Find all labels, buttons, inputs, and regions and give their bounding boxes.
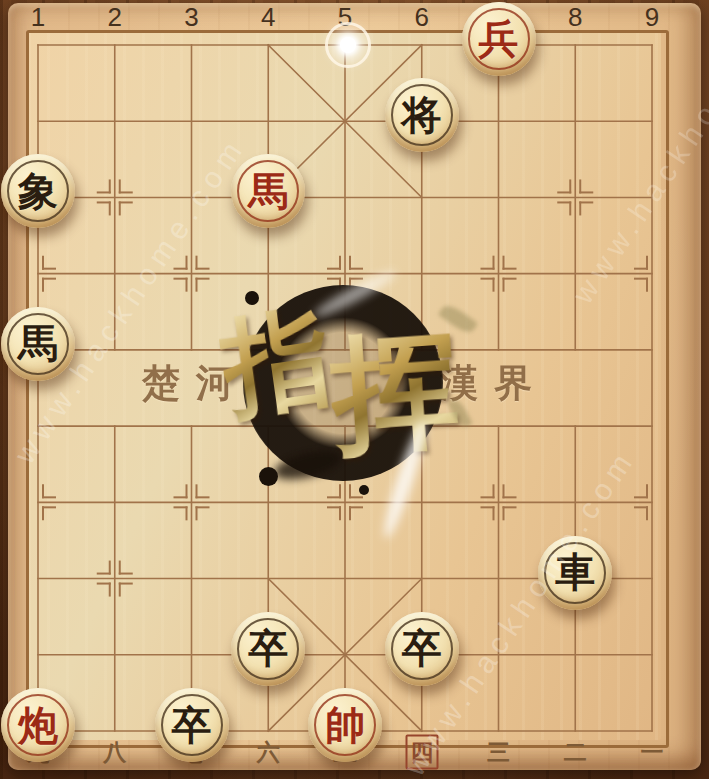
bottom-file-label-8: 二 [564,737,587,768]
bottom-file-label-6: 四 [405,735,438,770]
piece-character: 馬 [1,307,75,381]
top-file-label-1: 1 [31,2,45,33]
piece-character: 馬 [231,154,305,228]
top-file-label-4: 4 [261,2,275,33]
bottom-file-label-2: 八 [103,737,126,768]
top-file-label-2: 2 [108,2,122,33]
piece-black-soldier[interactable]: 卒 [155,688,229,762]
piece-character: 兵 [462,2,536,76]
bottom-file-label-7: 三 [487,737,510,768]
piece-black-soldier[interactable]: 卒 [231,612,305,686]
piece-red-soldier[interactable]: 兵 [462,2,536,76]
piece-black-elephant[interactable]: 象 [1,154,75,228]
piece-character: 象 [1,154,75,228]
piece-character: 炮 [1,688,75,762]
piece-character: 卒 [231,612,305,686]
bottom-file-label-9: 一 [641,737,664,768]
piece-red-general[interactable]: 帥 [308,688,382,762]
piece-black-chariot[interactable]: 車 [538,536,612,610]
top-file-label-8: 8 [568,2,582,33]
xiangqi-game-screen: 123456789 九八七六五四三二一 楚河 漢界 指 挥 兵将象馬馬車卒卒炮卒… [0,0,709,779]
piece-character: 卒 [155,688,229,762]
bottom-file-label-4: 六 [257,737,280,768]
top-file-label-6: 6 [415,2,429,33]
piece-character: 車 [538,536,612,610]
top-file-label-3: 3 [184,2,198,33]
top-file-label-9: 9 [645,2,659,33]
piece-red-horse[interactable]: 馬 [231,154,305,228]
last-move-indicator [325,22,371,68]
piece-black-soldier[interactable]: 卒 [385,612,459,686]
piece-black-horse[interactable]: 馬 [1,307,75,381]
ink-splatter-icon [259,467,278,486]
piece-character: 将 [385,78,459,152]
ink-splatter-icon [359,485,369,495]
piece-black-general[interactable]: 将 [385,78,459,152]
piece-character: 帥 [308,688,382,762]
piece-character: 卒 [385,612,459,686]
piece-red-cannon[interactable]: 炮 [1,688,75,762]
logo-calligraphy-char-2: 挥 [325,303,465,485]
